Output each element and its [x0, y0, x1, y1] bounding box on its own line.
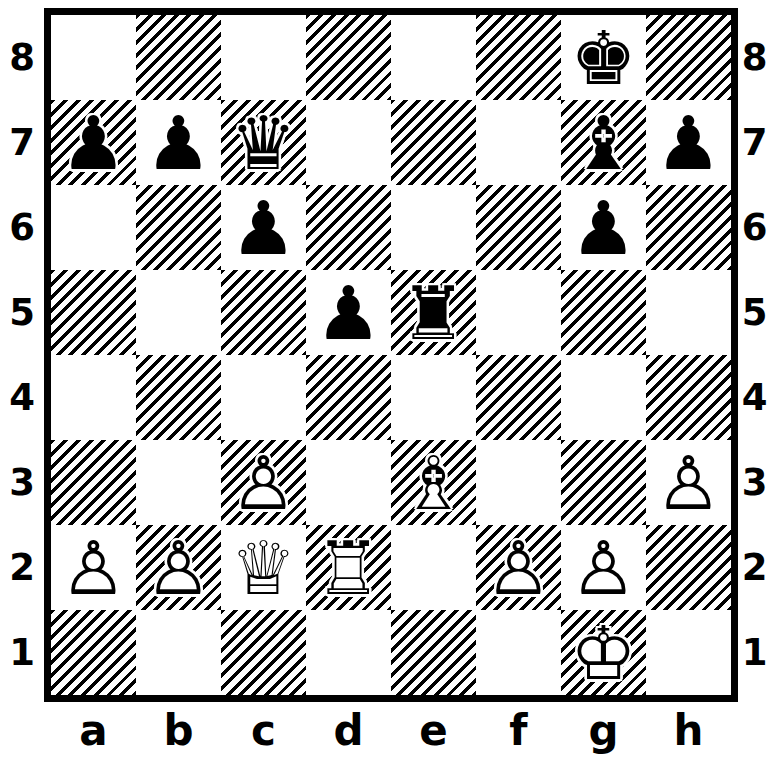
bishop-glyph-fill: ♝ — [561, 100, 646, 185]
square-f7[interactable] — [476, 100, 561, 185]
board: ♚♟♟♛♝♟♟♟♟♜♟♙♝♗♟♙♟♙♟♙♛♕♜♖♟♙♟♙♚♔ — [44, 8, 738, 702]
pawn-glyph-outline: ♙ — [51, 525, 136, 610]
square-g3[interactable] — [561, 440, 646, 525]
square-e6[interactable] — [391, 185, 476, 270]
piece-black-pawn[interactable]: ♟ — [221, 185, 306, 270]
square-b5[interactable] — [136, 270, 221, 355]
piece-black-rook[interactable]: ♜ — [391, 270, 476, 355]
rank-label-right-7: 7 — [738, 100, 771, 185]
piece-white-pawn[interactable]: ♟♙ — [561, 525, 646, 610]
square-f6[interactable] — [476, 185, 561, 270]
file-label-e: e — [391, 702, 476, 758]
square-g7[interactable]: ♝ — [561, 100, 646, 185]
rank-label-right-5: 5 — [738, 270, 771, 355]
piece-black-king[interactable]: ♚ — [561, 15, 646, 100]
square-h2[interactable] — [646, 525, 731, 610]
piece-white-queen[interactable]: ♛♕ — [221, 525, 306, 610]
piece-black-pawn[interactable]: ♟ — [306, 270, 391, 355]
piece-white-rook[interactable]: ♜♖ — [306, 525, 391, 610]
square-c3[interactable]: ♟♙ — [221, 440, 306, 525]
square-h3[interactable]: ♟♙ — [646, 440, 731, 525]
square-d1[interactable] — [306, 610, 391, 695]
square-d5[interactable]: ♟ — [306, 270, 391, 355]
square-c7[interactable]: ♛ — [221, 100, 306, 185]
square-h6[interactable] — [646, 185, 731, 270]
square-a2[interactable]: ♟♙ — [51, 525, 136, 610]
rank-label-left-5: 5 — [0, 270, 44, 355]
piece-white-pawn[interactable]: ♟♙ — [51, 525, 136, 610]
piece-black-pawn[interactable]: ♟ — [646, 100, 731, 185]
rank-labels-right: 87654321 — [738, 8, 771, 702]
rank-label-right-1: 1 — [738, 610, 771, 695]
square-e5[interactable]: ♜ — [391, 270, 476, 355]
square-c8[interactable] — [221, 15, 306, 100]
pawn-glyph-fill: ♟ — [136, 100, 221, 185]
square-d7[interactable] — [306, 100, 391, 185]
file-label-a: a — [51, 702, 136, 758]
file-label-c: c — [221, 702, 306, 758]
square-a8[interactable] — [51, 15, 136, 100]
square-b3[interactable] — [136, 440, 221, 525]
square-g1[interactable]: ♚♔ — [561, 610, 646, 695]
diagram-layout: 87654321 ♚♟♟♛♝♟♟♟♟♜♟♙♝♗♟♙♟♙♟♙♛♕♜♖♟♙♟♙♚♔ … — [0, 8, 771, 758]
square-b7[interactable]: ♟ — [136, 100, 221, 185]
rank-labels-left: 87654321 — [0, 8, 44, 702]
file-label-f: f — [476, 702, 561, 758]
square-e4[interactable] — [391, 355, 476, 440]
piece-white-pawn[interactable]: ♟♙ — [646, 440, 731, 525]
square-d8[interactable] — [306, 15, 391, 100]
square-a6[interactable] — [51, 185, 136, 270]
king-glyph-fill: ♚ — [561, 15, 646, 100]
rank-label-left-8: 8 — [0, 15, 44, 100]
square-g2[interactable]: ♟♙ — [561, 525, 646, 610]
square-g8[interactable]: ♚ — [561, 15, 646, 100]
pawn-glyph-outline: ♙ — [561, 525, 646, 610]
pawn-glyph-fill: ♟ — [561, 185, 646, 270]
square-e8[interactable] — [391, 15, 476, 100]
square-b8[interactable] — [136, 15, 221, 100]
piece-white-king[interactable]: ♚♔ — [561, 610, 646, 695]
square-h1[interactable] — [646, 610, 731, 695]
file-label-h: h — [646, 702, 731, 758]
square-b6[interactable] — [136, 185, 221, 270]
rank-label-left-1: 1 — [0, 610, 44, 695]
square-a5[interactable] — [51, 270, 136, 355]
file-label-b: b — [136, 702, 221, 758]
square-a7[interactable]: ♟ — [51, 100, 136, 185]
file-label-d: d — [306, 702, 391, 758]
rank-label-right-3: 3 — [738, 440, 771, 525]
piece-black-pawn[interactable]: ♟ — [51, 100, 136, 185]
rank-label-right-4: 4 — [738, 355, 771, 440]
square-b4[interactable] — [136, 355, 221, 440]
piece-white-pawn[interactable]: ♟♙ — [221, 440, 306, 525]
square-h5[interactable] — [646, 270, 731, 355]
rank-label-left-4: 4 — [0, 355, 44, 440]
square-e7[interactable] — [391, 100, 476, 185]
square-e1[interactable] — [391, 610, 476, 695]
square-d6[interactable] — [306, 185, 391, 270]
square-f2[interactable]: ♟♙ — [476, 525, 561, 610]
rank-label-left-6: 6 — [0, 185, 44, 270]
square-h4[interactable] — [646, 355, 731, 440]
rank-label-right-6: 6 — [738, 185, 771, 270]
king-glyph-outline: ♔ — [561, 610, 646, 695]
square-g4[interactable] — [561, 355, 646, 440]
pawn-glyph-outline: ♙ — [136, 525, 221, 610]
square-c4[interactable] — [221, 355, 306, 440]
piece-white-pawn[interactable]: ♟♙ — [476, 525, 561, 610]
rank-label-left-3: 3 — [0, 440, 44, 525]
square-b1[interactable] — [136, 610, 221, 695]
bishop-glyph-outline: ♗ — [391, 440, 476, 525]
rook-glyph-fill: ♜ — [391, 270, 476, 355]
square-f8[interactable] — [476, 15, 561, 100]
square-f3[interactable] — [476, 440, 561, 525]
square-b2[interactable]: ♟♙ — [136, 525, 221, 610]
square-c2[interactable]: ♛♕ — [221, 525, 306, 610]
square-f4[interactable] — [476, 355, 561, 440]
piece-white-bishop[interactable]: ♝♗ — [391, 440, 476, 525]
piece-black-queen[interactable]: ♛ — [221, 100, 306, 185]
pawn-glyph-fill: ♟ — [646, 100, 731, 185]
piece-black-pawn[interactable]: ♟ — [561, 185, 646, 270]
square-f1[interactable] — [476, 610, 561, 695]
pawn-glyph-outline: ♙ — [646, 440, 731, 525]
square-a3[interactable] — [51, 440, 136, 525]
chess-diagram-page: 87654321 ♚♟♟♛♝♟♟♟♟♜♟♙♝♗♟♙♟♙♟♙♛♕♜♖♟♙♟♙♚♔ … — [0, 0, 771, 760]
pawn-glyph-fill: ♟ — [51, 100, 136, 185]
rook-glyph-outline: ♖ — [306, 525, 391, 610]
pawn-glyph-fill: ♟ — [221, 185, 306, 270]
rank-label-left-7: 7 — [0, 100, 44, 185]
square-e2[interactable] — [391, 525, 476, 610]
square-g6[interactable]: ♟ — [561, 185, 646, 270]
square-a1[interactable] — [51, 610, 136, 695]
queen-glyph-outline: ♕ — [221, 525, 306, 610]
pawn-glyph-outline: ♙ — [476, 525, 561, 610]
file-labels-bottom: abcdefgh — [44, 702, 738, 758]
square-d3[interactable] — [306, 440, 391, 525]
square-c5[interactable] — [221, 270, 306, 355]
square-e3[interactable]: ♝♗ — [391, 440, 476, 525]
square-c1[interactable] — [221, 610, 306, 695]
rank-label-left-2: 2 — [0, 525, 44, 610]
file-label-g: g — [561, 702, 646, 758]
square-f5[interactable] — [476, 270, 561, 355]
pawn-glyph-outline: ♙ — [221, 440, 306, 525]
square-h7[interactable]: ♟ — [646, 100, 731, 185]
square-a4[interactable] — [51, 355, 136, 440]
square-c6[interactable]: ♟ — [221, 185, 306, 270]
piece-black-pawn[interactable]: ♟ — [136, 100, 221, 185]
piece-black-bishop[interactable]: ♝ — [561, 100, 646, 185]
square-d2[interactable]: ♜♖ — [306, 525, 391, 610]
square-h8[interactable] — [646, 15, 731, 100]
square-d4[interactable] — [306, 355, 391, 440]
queen-glyph-fill: ♛ — [221, 100, 306, 185]
piece-white-pawn[interactable]: ♟♙ — [136, 525, 221, 610]
pawn-glyph-fill: ♟ — [306, 270, 391, 355]
rank-label-right-2: 2 — [738, 525, 771, 610]
rank-label-right-8: 8 — [738, 15, 771, 100]
square-g5[interactable] — [561, 270, 646, 355]
